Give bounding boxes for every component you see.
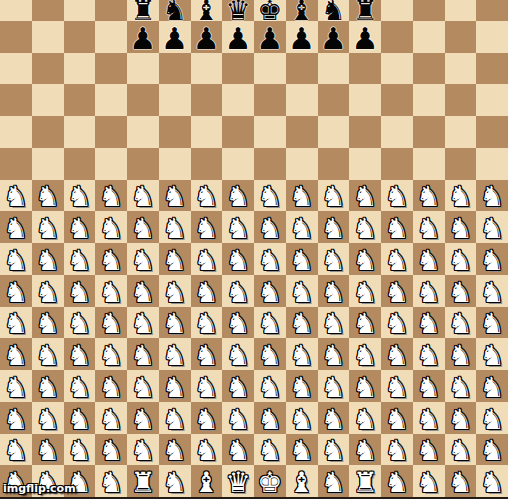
square[interactable]: ♞ xyxy=(286,211,318,243)
square[interactable]: ♞ xyxy=(191,307,223,339)
square[interactable]: ♞ xyxy=(159,434,191,466)
white-knight: ♞ xyxy=(3,279,28,307)
square[interactable]: ♞ xyxy=(445,180,477,212)
square[interactable]: ♞ xyxy=(349,243,381,275)
square[interactable] xyxy=(445,53,477,85)
square[interactable] xyxy=(32,116,64,148)
square[interactable]: ♜ xyxy=(349,465,381,497)
square[interactable]: ♞ xyxy=(286,275,318,307)
square[interactable] xyxy=(349,116,381,148)
square[interactable] xyxy=(286,53,318,85)
square[interactable]: ♞ xyxy=(413,402,445,434)
square[interactable] xyxy=(318,84,350,116)
white-knight: ♞ xyxy=(99,469,124,497)
square[interactable]: ♞ xyxy=(32,243,64,275)
white-knight: ♞ xyxy=(448,406,473,434)
square[interactable]: ♞ xyxy=(127,434,159,466)
white-knight: ♞ xyxy=(67,247,92,275)
white-knight: ♞ xyxy=(289,342,314,370)
square[interactable] xyxy=(445,0,477,21)
white-knight: ♞ xyxy=(321,215,346,243)
square[interactable]: ♞ xyxy=(95,338,127,370)
square[interactable] xyxy=(286,84,318,116)
square[interactable]: ♞ xyxy=(413,180,445,212)
square[interactable] xyxy=(318,53,350,85)
square[interactable] xyxy=(254,148,286,180)
square[interactable]: ♞ xyxy=(222,434,254,466)
square[interactable]: ♞ xyxy=(349,307,381,339)
white-knight: ♞ xyxy=(257,406,282,434)
square[interactable]: ♞ xyxy=(381,402,413,434)
square[interactable]: ♞ xyxy=(222,370,254,402)
white-knight: ♞ xyxy=(67,183,92,211)
square[interactable]: ♞ xyxy=(254,275,286,307)
white-knight: ♞ xyxy=(35,437,60,465)
square[interactable]: ♞ xyxy=(254,180,286,212)
square[interactable] xyxy=(64,53,96,85)
square[interactable] xyxy=(95,0,127,21)
white-knight: ♞ xyxy=(321,374,346,402)
square[interactable]: ♞ xyxy=(286,370,318,402)
square[interactable]: ♞ xyxy=(64,180,96,212)
square[interactable] xyxy=(349,53,381,85)
square[interactable]: ♞ xyxy=(254,307,286,339)
square[interactable] xyxy=(413,53,445,85)
square[interactable]: ♞ xyxy=(0,180,32,212)
square[interactable]: ♞ xyxy=(318,180,350,212)
square[interactable]: ♞ xyxy=(413,243,445,275)
square[interactable] xyxy=(445,116,477,148)
square[interactable] xyxy=(64,148,96,180)
white-knight: ♞ xyxy=(353,374,378,402)
white-knight: ♞ xyxy=(384,437,409,465)
square[interactable]: ♞ xyxy=(381,338,413,370)
imgflip-watermark: imgflip.com xyxy=(3,483,76,494)
square[interactable]: ♞ xyxy=(286,307,318,339)
square[interactable] xyxy=(318,148,350,180)
square[interactable]: ♟ xyxy=(127,21,159,53)
white-knight: ♞ xyxy=(3,437,28,465)
square[interactable]: ♞ xyxy=(127,211,159,243)
square[interactable]: ♞ xyxy=(254,211,286,243)
white-knight: ♞ xyxy=(162,247,187,275)
square[interactable]: ♞ xyxy=(445,434,477,466)
square[interactable] xyxy=(191,148,223,180)
white-knight: ♞ xyxy=(416,215,441,243)
square[interactable] xyxy=(413,148,445,180)
square[interactable]: ♞ xyxy=(191,370,223,402)
square[interactable] xyxy=(0,0,32,21)
square[interactable]: ♞ xyxy=(32,180,64,212)
white-knight: ♞ xyxy=(448,374,473,402)
square[interactable] xyxy=(476,148,508,180)
square[interactable] xyxy=(476,21,508,53)
square[interactable] xyxy=(127,116,159,148)
square[interactable] xyxy=(191,116,223,148)
square[interactable]: ♞ xyxy=(191,402,223,434)
square[interactable] xyxy=(381,116,413,148)
square[interactable] xyxy=(32,21,64,53)
square[interactable]: ♞ xyxy=(445,211,477,243)
square[interactable]: ♞ xyxy=(95,243,127,275)
square[interactable]: ♞ xyxy=(127,307,159,339)
square[interactable]: ♞ xyxy=(381,211,413,243)
white-knight: ♞ xyxy=(416,310,441,338)
square[interactable] xyxy=(381,21,413,53)
square[interactable]: ♞ xyxy=(413,434,445,466)
square[interactable] xyxy=(32,0,64,21)
white-queen: ♛ xyxy=(226,469,251,497)
square[interactable]: ♞ xyxy=(222,402,254,434)
square[interactable]: ♞ xyxy=(159,370,191,402)
square[interactable]: ♞ xyxy=(127,275,159,307)
white-knight: ♞ xyxy=(448,279,473,307)
square[interactable] xyxy=(95,148,127,180)
square[interactable]: ♞ xyxy=(445,465,477,497)
square[interactable]: ♞ xyxy=(222,275,254,307)
square[interactable]: ♞ xyxy=(476,180,508,212)
square[interactable]: ♞ xyxy=(159,0,191,21)
square[interactable] xyxy=(159,148,191,180)
white-knight: ♞ xyxy=(99,437,124,465)
square[interactable]: ♜ xyxy=(127,465,159,497)
square[interactable]: ♞ xyxy=(191,338,223,370)
square[interactable]: ♝ xyxy=(191,0,223,21)
square[interactable] xyxy=(95,21,127,53)
square[interactable]: ♞ xyxy=(191,180,223,212)
square[interactable]: ♞ xyxy=(95,307,127,339)
square[interactable]: ♞ xyxy=(222,211,254,243)
square[interactable]: ♞ xyxy=(286,180,318,212)
square[interactable] xyxy=(254,116,286,148)
square[interactable]: ♞ xyxy=(127,338,159,370)
square[interactable]: ♞ xyxy=(95,370,127,402)
square[interactable] xyxy=(222,116,254,148)
square[interactable]: ♞ xyxy=(286,402,318,434)
white-knight: ♞ xyxy=(416,374,441,402)
square[interactable]: ♞ xyxy=(32,370,64,402)
square[interactable] xyxy=(445,21,477,53)
square[interactable] xyxy=(159,84,191,116)
square[interactable]: ♞ xyxy=(381,370,413,402)
square[interactable] xyxy=(476,53,508,85)
square[interactable]: ♞ xyxy=(318,307,350,339)
square[interactable] xyxy=(476,0,508,21)
square[interactable]: ♞ xyxy=(64,338,96,370)
square[interactable]: ♞ xyxy=(159,180,191,212)
square[interactable] xyxy=(64,0,96,21)
square[interactable] xyxy=(318,116,350,148)
square[interactable]: ♞ xyxy=(95,180,127,212)
square[interactable]: ♞ xyxy=(159,275,191,307)
white-knight: ♞ xyxy=(67,374,92,402)
white-knight: ♞ xyxy=(448,310,473,338)
square[interactable]: ♞ xyxy=(318,465,350,497)
square[interactable]: ♞ xyxy=(445,370,477,402)
square[interactable]: ♞ xyxy=(64,275,96,307)
square[interactable]: ♝ xyxy=(286,0,318,21)
square[interactable]: ♞ xyxy=(318,338,350,370)
square[interactable]: ♞ xyxy=(476,402,508,434)
square[interactable]: ♞ xyxy=(476,211,508,243)
white-knight: ♞ xyxy=(194,183,219,211)
square[interactable] xyxy=(445,148,477,180)
square[interactable]: ♞ xyxy=(286,243,318,275)
square[interactable]: ♞ xyxy=(318,434,350,466)
square[interactable] xyxy=(381,0,413,21)
square[interactable]: ♞ xyxy=(127,180,159,212)
white-knight: ♞ xyxy=(162,310,187,338)
square[interactable] xyxy=(32,84,64,116)
square[interactable]: ♟ xyxy=(286,21,318,53)
square[interactable]: ♞ xyxy=(0,211,32,243)
square[interactable]: ♞ xyxy=(0,307,32,339)
square[interactable] xyxy=(191,84,223,116)
square[interactable]: ♞ xyxy=(349,338,381,370)
square[interactable]: ♞ xyxy=(159,243,191,275)
square[interactable]: ♞ xyxy=(0,370,32,402)
square[interactable]: ♞ xyxy=(413,211,445,243)
square[interactable]: ♞ xyxy=(254,402,286,434)
square[interactable]: ♛ xyxy=(222,465,254,497)
square[interactable] xyxy=(64,116,96,148)
square[interactable]: ♝ xyxy=(191,465,223,497)
square[interactable]: ♞ xyxy=(191,434,223,466)
white-knight: ♞ xyxy=(130,279,155,307)
square[interactable]: ♞ xyxy=(32,402,64,434)
square[interactable]: ♞ xyxy=(32,275,64,307)
square[interactable] xyxy=(191,53,223,85)
square[interactable]: ♞ xyxy=(95,402,127,434)
square[interactable] xyxy=(0,53,32,85)
square[interactable] xyxy=(476,84,508,116)
square[interactable]: ♞ xyxy=(254,338,286,370)
square[interactable]: ♞ xyxy=(413,338,445,370)
square[interactable]: ♞ xyxy=(254,434,286,466)
square[interactable]: ♞ xyxy=(413,275,445,307)
white-knight: ♞ xyxy=(226,374,251,402)
square[interactable]: ♞ xyxy=(64,211,96,243)
square[interactable] xyxy=(159,53,191,85)
square[interactable]: ♚ xyxy=(254,0,286,21)
square[interactable]: ♞ xyxy=(0,434,32,466)
square[interactable]: ♛ xyxy=(222,0,254,21)
square[interactable]: ♞ xyxy=(476,370,508,402)
square[interactable]: ♞ xyxy=(349,275,381,307)
square[interactable] xyxy=(32,53,64,85)
square[interactable]: ♞ xyxy=(318,370,350,402)
square[interactable]: ♞ xyxy=(222,307,254,339)
square[interactable]: ♞ xyxy=(413,370,445,402)
square[interactable] xyxy=(286,116,318,148)
square[interactable]: ♞ xyxy=(127,402,159,434)
square[interactable]: ♞ xyxy=(413,307,445,339)
square[interactable] xyxy=(222,148,254,180)
square[interactable]: ♞ xyxy=(445,338,477,370)
square[interactable] xyxy=(413,116,445,148)
square[interactable] xyxy=(95,84,127,116)
square[interactable]: ♞ xyxy=(127,243,159,275)
square[interactable] xyxy=(0,21,32,53)
square[interactable]: ♞ xyxy=(445,307,477,339)
square[interactable]: ♞ xyxy=(222,243,254,275)
square[interactable]: ♞ xyxy=(476,243,508,275)
square[interactable]: ♞ xyxy=(159,465,191,497)
white-knight: ♞ xyxy=(384,406,409,434)
white-knight: ♞ xyxy=(480,215,505,243)
black-pawn: ♟ xyxy=(129,24,156,54)
square[interactable]: ♞ xyxy=(381,307,413,339)
square[interactable]: ♞ xyxy=(381,243,413,275)
square[interactable]: ♞ xyxy=(191,211,223,243)
square[interactable]: ♞ xyxy=(191,275,223,307)
square[interactable] xyxy=(127,148,159,180)
square[interactable] xyxy=(445,84,477,116)
square[interactable]: ♞ xyxy=(191,243,223,275)
white-knight: ♞ xyxy=(194,279,219,307)
square[interactable]: ♞ xyxy=(95,434,127,466)
white-knight: ♞ xyxy=(194,437,219,465)
square[interactable] xyxy=(222,53,254,85)
square[interactable] xyxy=(95,53,127,85)
square[interactable] xyxy=(127,53,159,85)
square[interactable]: ♝ xyxy=(286,465,318,497)
square[interactable]: ♞ xyxy=(318,402,350,434)
square[interactable]: ♞ xyxy=(159,307,191,339)
white-knight: ♞ xyxy=(194,310,219,338)
square[interactable]: ♞ xyxy=(318,275,350,307)
square[interactable]: ♞ xyxy=(476,434,508,466)
square[interactable]: ♞ xyxy=(381,465,413,497)
square[interactable]: ♞ xyxy=(0,275,32,307)
square[interactable]: ♞ xyxy=(381,180,413,212)
square[interactable]: ♞ xyxy=(476,275,508,307)
white-knight: ♞ xyxy=(194,215,219,243)
white-knight: ♞ xyxy=(257,342,282,370)
square[interactable]: ♞ xyxy=(95,465,127,497)
black-pawn: ♟ xyxy=(256,24,283,54)
square[interactable]: ♞ xyxy=(64,370,96,402)
square[interactable]: ♞ xyxy=(159,402,191,434)
square[interactable]: ♞ xyxy=(254,370,286,402)
square[interactable] xyxy=(0,148,32,180)
white-knight: ♞ xyxy=(353,310,378,338)
square[interactable]: ♞ xyxy=(159,211,191,243)
square[interactable]: ♞ xyxy=(349,434,381,466)
square[interactable] xyxy=(381,148,413,180)
square[interactable] xyxy=(413,21,445,53)
square[interactable]: ♞ xyxy=(445,402,477,434)
square[interactable] xyxy=(413,84,445,116)
square[interactable]: ♞ xyxy=(349,211,381,243)
square[interactable]: ♞ xyxy=(64,243,96,275)
square[interactable]: ♞ xyxy=(0,338,32,370)
square[interactable]: ♞ xyxy=(445,243,477,275)
square[interactable]: ♞ xyxy=(476,307,508,339)
square[interactable] xyxy=(254,53,286,85)
square[interactable]: ♞ xyxy=(381,434,413,466)
square[interactable]: ♞ xyxy=(413,465,445,497)
square[interactable]: ♜ xyxy=(127,0,159,21)
square[interactable]: ♟ xyxy=(318,21,350,53)
square[interactable]: ♟ xyxy=(349,21,381,53)
square[interactable]: ♞ xyxy=(476,338,508,370)
square[interactable]: ♞ xyxy=(445,275,477,307)
square[interactable]: ♟ xyxy=(254,21,286,53)
square[interactable] xyxy=(381,53,413,85)
white-knight: ♞ xyxy=(416,406,441,434)
white-knight: ♞ xyxy=(353,215,378,243)
white-knight: ♞ xyxy=(130,215,155,243)
square[interactable]: ♞ xyxy=(349,180,381,212)
square[interactable]: ♞ xyxy=(254,243,286,275)
square[interactable] xyxy=(159,116,191,148)
square[interactable]: ♞ xyxy=(32,211,64,243)
square[interactable] xyxy=(32,148,64,180)
square[interactable]: ♞ xyxy=(64,402,96,434)
square[interactable]: ♟ xyxy=(222,21,254,53)
square[interactable]: ♞ xyxy=(318,211,350,243)
square[interactable]: ♞ xyxy=(0,402,32,434)
square[interactable]: ♚ xyxy=(254,465,286,497)
square[interactable] xyxy=(0,116,32,148)
square[interactable] xyxy=(254,84,286,116)
square[interactable]: ♞ xyxy=(381,275,413,307)
white-knight: ♞ xyxy=(130,310,155,338)
square[interactable] xyxy=(349,148,381,180)
square[interactable]: ♞ xyxy=(127,370,159,402)
square[interactable]: ♞ xyxy=(64,307,96,339)
square[interactable]: ♞ xyxy=(64,434,96,466)
square[interactable]: ♞ xyxy=(32,307,64,339)
square[interactable]: ♞ xyxy=(0,243,32,275)
square[interactable] xyxy=(349,84,381,116)
square[interactable] xyxy=(476,116,508,148)
square[interactable]: ♞ xyxy=(286,338,318,370)
white-knight: ♞ xyxy=(416,469,441,497)
square[interactable]: ♞ xyxy=(32,338,64,370)
square[interactable]: ♜ xyxy=(349,0,381,21)
square[interactable] xyxy=(95,116,127,148)
square[interactable]: ♞ xyxy=(159,338,191,370)
square[interactable]: ♞ xyxy=(286,434,318,466)
square[interactable]: ♞ xyxy=(95,275,127,307)
square[interactable] xyxy=(222,84,254,116)
square[interactable] xyxy=(127,84,159,116)
square[interactable] xyxy=(0,84,32,116)
square[interactable]: ♞ xyxy=(476,465,508,497)
square[interactable]: ♟ xyxy=(159,21,191,53)
square[interactable]: ♟ xyxy=(191,21,223,53)
square[interactable]: ♞ xyxy=(222,180,254,212)
square[interactable]: ♞ xyxy=(222,338,254,370)
square[interactable] xyxy=(286,148,318,180)
white-knight: ♞ xyxy=(162,215,187,243)
square[interactable]: ♞ xyxy=(318,243,350,275)
square[interactable] xyxy=(64,84,96,116)
square[interactable] xyxy=(381,84,413,116)
square[interactable]: ♞ xyxy=(318,0,350,21)
white-knight: ♞ xyxy=(480,406,505,434)
black-pawn: ♟ xyxy=(161,24,188,54)
white-rook: ♜ xyxy=(353,469,378,497)
square[interactable]: ♞ xyxy=(349,402,381,434)
square[interactable] xyxy=(413,0,445,21)
square[interactable]: ♞ xyxy=(32,434,64,466)
square[interactable]: ♞ xyxy=(95,211,127,243)
square[interactable]: ♞ xyxy=(349,370,381,402)
square[interactable] xyxy=(64,21,96,53)
